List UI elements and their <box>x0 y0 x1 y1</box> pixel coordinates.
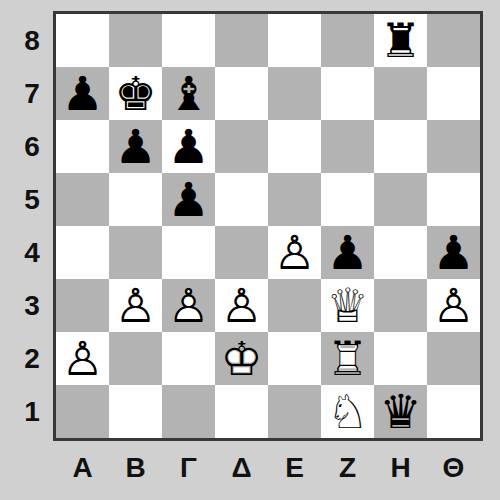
white-pawn[interactable]: ♟ <box>162 279 215 332</box>
square-f4[interactable]: ♟ <box>321 226 374 279</box>
square-a4[interactable] <box>56 226 109 279</box>
white-knight[interactable]: ♞ <box>321 385 374 438</box>
white-pawn[interactable]: ♟ <box>268 226 321 279</box>
square-b2[interactable] <box>109 332 162 385</box>
white-rook[interactable]: ♜ <box>321 332 374 385</box>
file-label-e: Ε <box>268 448 321 488</box>
square-e3[interactable] <box>268 279 321 332</box>
rank-labels: 87654321 <box>16 14 48 438</box>
square-g4[interactable] <box>374 226 427 279</box>
square-h4[interactable]: ♟ <box>427 226 480 279</box>
square-a8[interactable] <box>56 14 109 67</box>
black-pawn[interactable]: ♟ <box>56 67 109 120</box>
square-h1[interactable] <box>427 385 480 438</box>
square-g1[interactable]: ♛ <box>374 385 427 438</box>
square-a3[interactable] <box>56 279 109 332</box>
rank-label-6: 6 <box>16 120 48 173</box>
white-queen-outline-icon: ♕ <box>321 279 374 332</box>
white-pawn-outline-icon: ♙ <box>268 226 321 279</box>
black-pawn[interactable]: ♟ <box>162 173 215 226</box>
square-d5[interactable] <box>215 173 268 226</box>
white-pawn-outline-icon: ♙ <box>162 279 215 332</box>
white-king[interactable]: ♚ <box>215 332 268 385</box>
file-label-c: Γ <box>162 448 215 488</box>
white-pawn[interactable]: ♟ <box>109 279 162 332</box>
square-h6[interactable] <box>427 120 480 173</box>
square-c5[interactable]: ♟ <box>162 173 215 226</box>
square-d3[interactable]: ♟♙ <box>215 279 268 332</box>
white-pawn-outline-icon: ♙ <box>215 279 268 332</box>
square-a1[interactable] <box>56 385 109 438</box>
black-queen[interactable]: ♛ <box>374 385 427 438</box>
white-pawn[interactable]: ♟ <box>56 332 109 385</box>
black-pawn[interactable]: ♟ <box>321 226 374 279</box>
square-f7[interactable] <box>321 67 374 120</box>
square-g7[interactable] <box>374 67 427 120</box>
file-label-f: Ζ <box>321 448 374 488</box>
square-d8[interactable] <box>215 14 268 67</box>
square-a5[interactable] <box>56 173 109 226</box>
white-king-outline-icon: ♔ <box>215 332 268 385</box>
square-e8[interactable] <box>268 14 321 67</box>
square-h7[interactable] <box>427 67 480 120</box>
square-c2[interactable] <box>162 332 215 385</box>
square-b8[interactable] <box>109 14 162 67</box>
square-d6[interactable] <box>215 120 268 173</box>
white-rook-outline-icon: ♖ <box>321 332 374 385</box>
square-f1[interactable]: ♞♘ <box>321 385 374 438</box>
square-b1[interactable] <box>109 385 162 438</box>
square-e1[interactable] <box>268 385 321 438</box>
black-pawn[interactable]: ♟ <box>427 226 480 279</box>
square-a6[interactable] <box>56 120 109 173</box>
file-label-g: Η <box>374 448 427 488</box>
file-label-h: Θ <box>427 448 480 488</box>
square-f3[interactable]: ♛♕ <box>321 279 374 332</box>
board: ♜♟♚♝♟♟♟♟♙♟♟♟♙♟♙♟♙♛♕♟♙♟♙♚♔♜♖♞♘♛ <box>53 11 483 441</box>
square-g5[interactable] <box>374 173 427 226</box>
square-d7[interactable] <box>215 67 268 120</box>
white-pawn-outline-icon: ♙ <box>56 332 109 385</box>
rank-label-3: 3 <box>16 279 48 332</box>
rank-label-2: 2 <box>16 332 48 385</box>
white-knight-outline-icon: ♘ <box>321 385 374 438</box>
black-bishop[interactable]: ♝ <box>162 67 215 120</box>
square-g8[interactable]: ♜ <box>374 14 427 67</box>
square-a2[interactable]: ♟♙ <box>56 332 109 385</box>
rank-label-1: 1 <box>16 385 48 438</box>
square-c7[interactable]: ♝ <box>162 67 215 120</box>
square-f5[interactable] <box>321 173 374 226</box>
square-c3[interactable]: ♟♙ <box>162 279 215 332</box>
file-label-a: Α <box>56 448 109 488</box>
square-e2[interactable] <box>268 332 321 385</box>
square-b4[interactable] <box>109 226 162 279</box>
black-pawn[interactable]: ♟ <box>162 120 215 173</box>
rank-label-7: 7 <box>16 67 48 120</box>
square-h3[interactable]: ♟♙ <box>427 279 480 332</box>
white-pawn[interactable]: ♟ <box>427 279 480 332</box>
file-label-b: Β <box>109 448 162 488</box>
file-label-d: Δ <box>215 448 268 488</box>
chess-diagram: 87654321 ♜♟♚♝♟♟♟♟♙♟♟♟♙♟♙♟♙♛♕♟♙♟♙♚♔♜♖♞♘♛ … <box>0 0 500 500</box>
square-h5[interactable] <box>427 173 480 226</box>
black-rook[interactable]: ♜ <box>374 14 427 67</box>
white-pawn[interactable]: ♟ <box>215 279 268 332</box>
square-c1[interactable] <box>162 385 215 438</box>
square-g3[interactable] <box>374 279 427 332</box>
white-pawn-outline-icon: ♙ <box>427 279 480 332</box>
square-d4[interactable] <box>215 226 268 279</box>
rank-label-5: 5 <box>16 173 48 226</box>
white-queen[interactable]: ♛ <box>321 279 374 332</box>
square-f8[interactable] <box>321 14 374 67</box>
square-g6[interactable] <box>374 120 427 173</box>
square-e7[interactable] <box>268 67 321 120</box>
black-king[interactable]: ♚ <box>109 67 162 120</box>
square-d1[interactable] <box>215 385 268 438</box>
square-h8[interactable] <box>427 14 480 67</box>
square-c6[interactable]: ♟ <box>162 120 215 173</box>
square-b3[interactable]: ♟♙ <box>109 279 162 332</box>
square-b5[interactable] <box>109 173 162 226</box>
square-d2[interactable]: ♚♔ <box>215 332 268 385</box>
black-pawn[interactable]: ♟ <box>109 120 162 173</box>
square-e6[interactable] <box>268 120 321 173</box>
square-f6[interactable] <box>321 120 374 173</box>
square-b6[interactable]: ♟ <box>109 120 162 173</box>
white-pawn-outline-icon: ♙ <box>109 279 162 332</box>
square-g2[interactable] <box>374 332 427 385</box>
square-b7[interactable]: ♚ <box>109 67 162 120</box>
square-c8[interactable] <box>162 14 215 67</box>
square-c4[interactable] <box>162 226 215 279</box>
square-e5[interactable] <box>268 173 321 226</box>
rank-label-8: 8 <box>16 14 48 67</box>
file-labels: ΑΒΓΔΕΖΗΘ <box>56 448 480 488</box>
square-e4[interactable]: ♟♙ <box>268 226 321 279</box>
square-h2[interactable] <box>427 332 480 385</box>
rank-label-4: 4 <box>16 226 48 279</box>
square-f2[interactable]: ♜♖ <box>321 332 374 385</box>
square-a7[interactable]: ♟ <box>56 67 109 120</box>
